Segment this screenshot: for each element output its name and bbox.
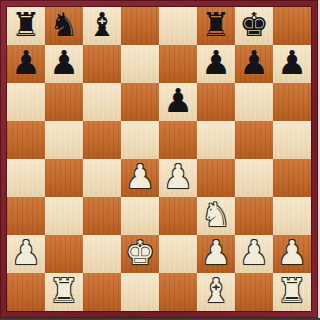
square-h6[interactable]	[273, 83, 311, 121]
square-h4[interactable]	[273, 159, 311, 197]
white-rook-h1: ♜	[277, 272, 307, 310]
square-a3[interactable]	[7, 197, 45, 235]
square-b7[interactable]: ♟	[45, 45, 83, 83]
square-a5[interactable]	[7, 121, 45, 159]
white-pawn-g2: ♟	[239, 234, 269, 272]
square-d7[interactable]	[121, 45, 159, 83]
square-g6[interactable]	[235, 83, 273, 121]
square-g4[interactable]	[235, 159, 273, 197]
white-pawn-a2: ♟	[11, 234, 41, 272]
square-a1[interactable]	[7, 273, 45, 311]
black-rook-a8: ♜	[11, 6, 41, 44]
square-g8[interactable]: ♚	[235, 7, 273, 45]
square-g2[interactable]: ♟	[235, 235, 273, 273]
square-h3[interactable]	[273, 197, 311, 235]
white-pawn-e4: ♟	[163, 158, 193, 196]
square-d5[interactable]	[121, 121, 159, 159]
square-c4[interactable]	[83, 159, 121, 197]
square-g5[interactable]	[235, 121, 273, 159]
square-c2[interactable]	[83, 235, 121, 273]
square-f2[interactable]: ♟	[197, 235, 235, 273]
square-b5[interactable]	[45, 121, 83, 159]
square-f1[interactable]: ♝	[197, 273, 235, 311]
square-d4[interactable]: ♟	[121, 159, 159, 197]
square-a6[interactable]	[7, 83, 45, 121]
square-e4[interactable]: ♟	[159, 159, 197, 197]
square-e5[interactable]	[159, 121, 197, 159]
square-b8[interactable]: ♞	[45, 7, 83, 45]
square-f7[interactable]: ♟	[197, 45, 235, 83]
white-pawn-d4: ♟	[125, 158, 155, 196]
square-c1[interactable]	[83, 273, 121, 311]
square-h5[interactable]	[273, 121, 311, 159]
square-c6[interactable]	[83, 83, 121, 121]
black-bishop-c8: ♝	[87, 6, 117, 44]
square-b3[interactable]	[45, 197, 83, 235]
chess-diagram: ♜♞♝♜♚♟♟♟♟♟♟♟♟♞♟♚♟♟♟♜♝♜	[0, 0, 320, 320]
square-b6[interactable]	[45, 83, 83, 121]
square-e8[interactable]	[159, 7, 197, 45]
square-c7[interactable]	[83, 45, 121, 83]
square-b4[interactable]	[45, 159, 83, 197]
square-e2[interactable]	[159, 235, 197, 273]
square-e3[interactable]	[159, 197, 197, 235]
white-bishop-f1: ♝	[201, 272, 231, 310]
black-pawn-e6: ♟	[163, 82, 193, 120]
black-pawn-f7: ♟	[201, 44, 231, 82]
white-king-d2: ♚	[125, 234, 155, 272]
square-d1[interactable]	[121, 273, 159, 311]
square-g3[interactable]	[235, 197, 273, 235]
black-knight-b8: ♞	[49, 6, 79, 44]
square-f4[interactable]	[197, 159, 235, 197]
square-c8[interactable]: ♝	[83, 7, 121, 45]
square-f3[interactable]: ♞	[197, 197, 235, 235]
square-a8[interactable]: ♜	[7, 7, 45, 45]
black-pawn-b7: ♟	[49, 44, 79, 82]
square-a4[interactable]	[7, 159, 45, 197]
black-pawn-h7: ♟	[277, 44, 307, 82]
square-h8[interactable]	[273, 7, 311, 45]
chess-board: ♜♞♝♜♚♟♟♟♟♟♟♟♟♞♟♚♟♟♟♜♝♜	[7, 7, 311, 311]
square-g1[interactable]	[235, 273, 273, 311]
square-e6[interactable]: ♟	[159, 83, 197, 121]
black-pawn-g7: ♟	[239, 44, 269, 82]
square-c3[interactable]	[83, 197, 121, 235]
square-a2[interactable]: ♟	[7, 235, 45, 273]
square-f6[interactable]	[197, 83, 235, 121]
square-h1[interactable]: ♜	[273, 273, 311, 311]
square-c5[interactable]	[83, 121, 121, 159]
square-f8[interactable]: ♜	[197, 7, 235, 45]
square-g7[interactable]: ♟	[235, 45, 273, 83]
black-king-g8: ♚	[239, 6, 269, 44]
square-e1[interactable]	[159, 273, 197, 311]
square-e7[interactable]	[159, 45, 197, 83]
square-h2[interactable]: ♟	[273, 235, 311, 273]
square-a7[interactable]: ♟	[7, 45, 45, 83]
square-b2[interactable]	[45, 235, 83, 273]
square-h7[interactable]: ♟	[273, 45, 311, 83]
white-pawn-h2: ♟	[277, 234, 307, 272]
white-knight-f3: ♞	[201, 196, 231, 234]
black-pawn-a7: ♟	[11, 44, 41, 82]
square-f5[interactable]	[197, 121, 235, 159]
square-d3[interactable]	[121, 197, 159, 235]
square-d2[interactable]: ♚	[121, 235, 159, 273]
white-rook-b1: ♜	[49, 272, 79, 310]
black-rook-f8: ♜	[201, 6, 231, 44]
square-b1[interactable]: ♜	[45, 273, 83, 311]
white-pawn-f2: ♟	[201, 234, 231, 272]
square-d6[interactable]	[121, 83, 159, 121]
square-d8[interactable]	[121, 7, 159, 45]
